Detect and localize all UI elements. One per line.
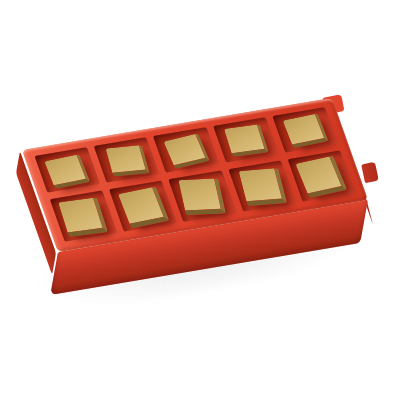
gold-insert-r1-c2 [178,178,226,215]
gold-insert-r0-c0 [44,154,89,188]
tray-right-moulding-bump [361,162,379,183]
gold-insert-r0-c4 [282,113,327,147]
compartment-r0-c2 [153,127,218,172]
compartment-r0-c1 [94,137,159,182]
compartment-r0-c4 [272,107,337,152]
gold-insert-r1-c1 [118,186,170,229]
compartment-r1-c3 [228,160,296,212]
compartment-r1-c2 [169,170,237,222]
gold-insert-r0-c3 [224,124,268,156]
compartment-r0-c3 [213,117,278,162]
gold-insert-r1-c3 [238,168,287,207]
compartment-r1-c1 [109,180,177,232]
gold-insert-r1-c0 [58,197,108,237]
compartment-r1-c4 [287,150,355,202]
compartment-r0-c0 [35,147,100,192]
compartment-r1-c0 [50,190,118,242]
photo-scene [0,0,400,400]
gold-insert-r0-c2 [163,133,209,168]
gold-insert-r0-c1 [105,145,149,176]
gold-insert-r1-c4 [295,155,347,198]
